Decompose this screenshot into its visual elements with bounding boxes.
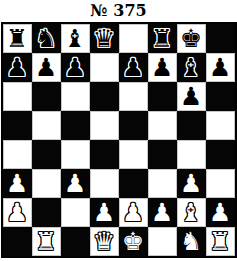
square-a1 [3, 227, 32, 256]
square-e5 [119, 111, 148, 140]
square-f5 [148, 111, 177, 140]
square-b5 [32, 111, 61, 140]
square-h8 [206, 24, 235, 53]
square-c5 [61, 111, 90, 140]
piece-black-pawn: ♟ [35, 53, 57, 82]
square-b1: ♜ [32, 227, 61, 256]
diagram-page: № 375 ♜♞♝♛♜♚♟♟♟♟♟♝♟♟♟♟♟♟♟♟♟♝♟♜♛♚♞♜ [0, 0, 237, 261]
piece-black-pawn: ♟ [122, 53, 144, 82]
piece-black-pawn: ♟ [209, 53, 231, 82]
square-f3 [148, 169, 177, 198]
square-a5 [3, 111, 32, 140]
square-d3 [90, 169, 119, 198]
piece-black-pawn: ♟ [180, 82, 202, 111]
piece-white-knight: ♞ [180, 227, 202, 256]
square-d2: ♟ [90, 198, 119, 227]
square-f2: ♟ [148, 198, 177, 227]
square-f4 [148, 140, 177, 169]
piece-black-pawn: ♟ [151, 53, 173, 82]
piece-black-king: ♚ [180, 24, 202, 53]
piece-white-pawn: ♟ [151, 198, 173, 227]
square-b7: ♟ [32, 53, 61, 82]
piece-white-pawn: ♟ [64, 169, 86, 198]
square-h2: ♟ [206, 198, 235, 227]
square-g1: ♞ [177, 227, 206, 256]
square-c4 [61, 140, 90, 169]
square-e7: ♟ [119, 53, 148, 82]
square-g6: ♟ [177, 82, 206, 111]
piece-black-rook: ♜ [151, 24, 173, 53]
square-b8: ♞ [32, 24, 61, 53]
square-e2: ♟ [119, 198, 148, 227]
square-g3: ♟ [177, 169, 206, 198]
square-f1 [148, 227, 177, 256]
square-f7: ♟ [148, 53, 177, 82]
square-c2 [61, 198, 90, 227]
square-g7: ♝ [177, 53, 206, 82]
square-e1: ♚ [119, 227, 148, 256]
square-d4 [90, 140, 119, 169]
piece-white-bishop: ♝ [180, 198, 202, 227]
square-b6 [32, 82, 61, 111]
square-c6 [61, 82, 90, 111]
piece-white-king: ♚ [122, 227, 144, 256]
piece-black-queen: ♛ [93, 24, 115, 53]
square-a7: ♟ [3, 53, 32, 82]
square-f8: ♜ [148, 24, 177, 53]
square-d5 [90, 111, 119, 140]
square-g5 [177, 111, 206, 140]
square-a4 [3, 140, 32, 169]
square-g2: ♝ [177, 198, 206, 227]
square-c3: ♟ [61, 169, 90, 198]
square-g8: ♚ [177, 24, 206, 53]
square-e8 [119, 24, 148, 53]
piece-black-rook: ♜ [6, 24, 28, 53]
square-a2: ♟ [3, 198, 32, 227]
piece-white-rook: ♜ [35, 227, 57, 256]
piece-black-bishop: ♝ [180, 53, 202, 82]
square-h6 [206, 82, 235, 111]
piece-white-rook: ♜ [209, 227, 231, 256]
piece-white-pawn: ♟ [6, 169, 28, 198]
square-h3 [206, 169, 235, 198]
square-c7: ♟ [61, 53, 90, 82]
piece-white-pawn: ♟ [93, 198, 115, 227]
square-a3: ♟ [3, 169, 32, 198]
square-h4 [206, 140, 235, 169]
square-h5 [206, 111, 235, 140]
square-h7: ♟ [206, 53, 235, 82]
square-d7 [90, 53, 119, 82]
piece-black-pawn: ♟ [64, 53, 86, 82]
square-c8: ♝ [61, 24, 90, 53]
square-a6 [3, 82, 32, 111]
square-d1: ♛ [90, 227, 119, 256]
square-e6 [119, 82, 148, 111]
square-g4 [177, 140, 206, 169]
piece-black-bishop: ♝ [64, 24, 86, 53]
square-b3 [32, 169, 61, 198]
piece-white-queen: ♛ [93, 227, 115, 256]
piece-white-pawn: ♟ [180, 169, 202, 198]
diagram-number: № 375 [90, 0, 146, 22]
square-c1 [61, 227, 90, 256]
square-d6 [90, 82, 119, 111]
square-f6 [148, 82, 177, 111]
square-h1: ♜ [206, 227, 235, 256]
square-d8: ♛ [90, 24, 119, 53]
piece-white-pawn: ♟ [122, 198, 144, 227]
square-e4 [119, 140, 148, 169]
piece-black-knight: ♞ [35, 24, 57, 53]
square-b4 [32, 140, 61, 169]
chess-board: ♜♞♝♛♜♚♟♟♟♟♟♝♟♟♟♟♟♟♟♟♟♝♟♜♛♚♞♜ [1, 22, 237, 258]
piece-white-pawn: ♟ [209, 198, 231, 227]
square-a8: ♜ [3, 24, 32, 53]
square-b2 [32, 198, 61, 227]
piece-white-pawn: ♟ [6, 198, 28, 227]
piece-black-pawn: ♟ [6, 53, 28, 82]
square-e3 [119, 169, 148, 198]
